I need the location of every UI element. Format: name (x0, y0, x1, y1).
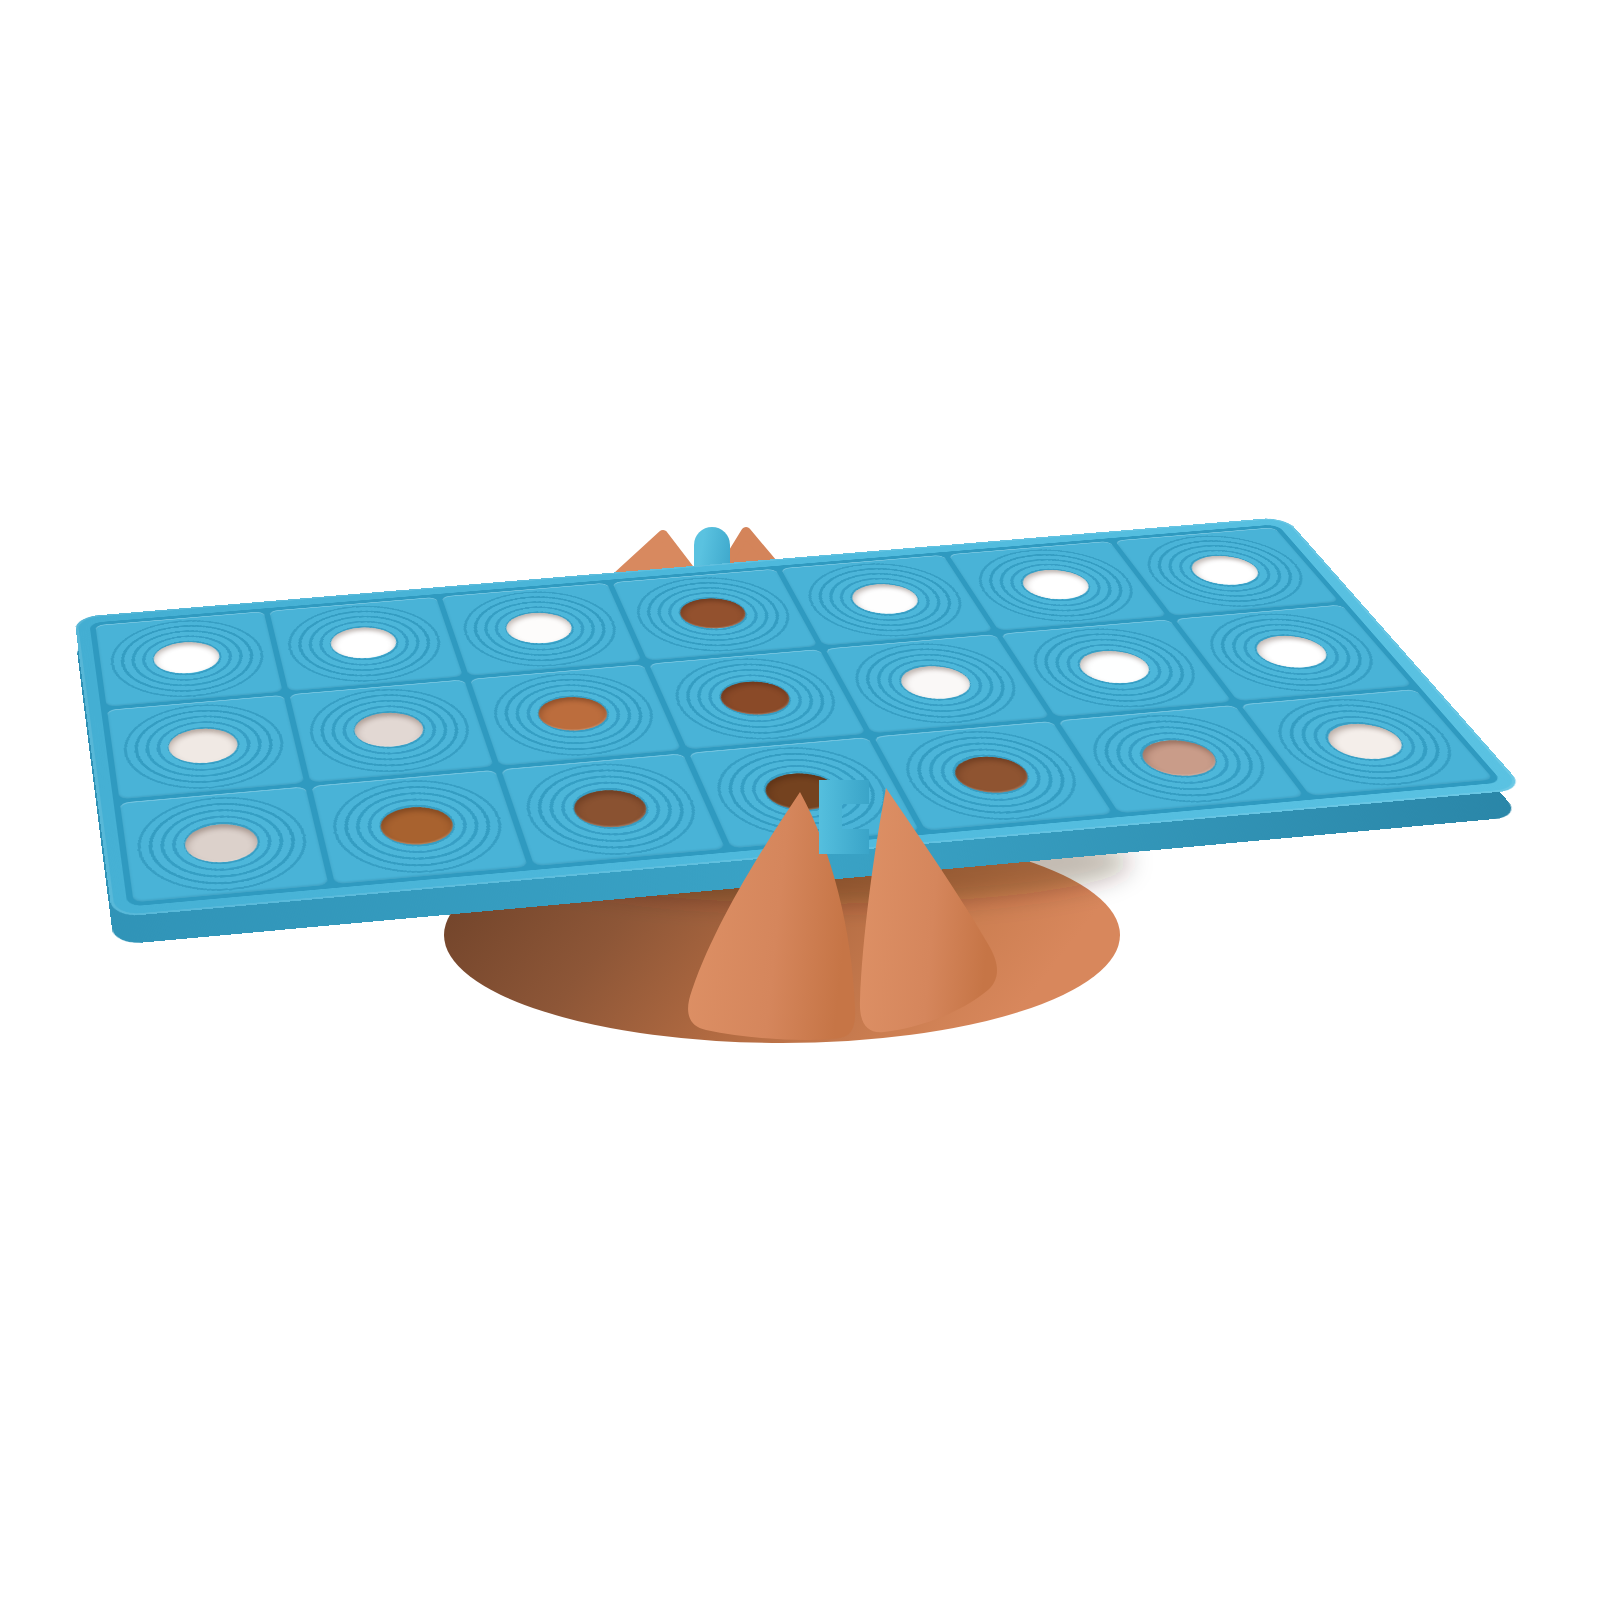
board-cell-r3c1 (120, 787, 328, 903)
cell-hole (714, 679, 797, 717)
cell-hole (1246, 633, 1336, 670)
cell-hole (1014, 568, 1097, 602)
cell-hole (674, 596, 752, 631)
cell-hole (182, 821, 261, 865)
board-cell-r2c3 (470, 664, 681, 766)
cell-hole (501, 611, 577, 646)
cell-hole (1182, 554, 1267, 588)
board-cell-r1c3 (441, 583, 641, 676)
cell-hole (166, 726, 241, 766)
balance-board-assembly (19, 360, 1492, 1035)
board-cell-r3c3 (501, 753, 725, 866)
board-grid (89, 524, 1503, 906)
scene (0, 0, 1600, 1600)
cell-hole (152, 640, 223, 676)
cell-hole (351, 710, 429, 749)
board-cell-r3c2 (311, 770, 527, 884)
cell-hole (758, 770, 846, 812)
board-cell-r2c2 (289, 679, 493, 782)
cell-hole (568, 787, 653, 830)
cell-hole (1317, 721, 1413, 762)
cell-hole (327, 625, 401, 661)
cell-hole (893, 664, 978, 702)
cell-hole (533, 695, 613, 734)
board-cell-r1c1 (95, 611, 282, 706)
board-cell-r2c1 (107, 695, 304, 800)
cell-hole (845, 582, 926, 616)
board-cell-r1c2 (269, 597, 463, 691)
cell-hole (376, 804, 458, 847)
cell-hole (1070, 648, 1158, 685)
cell-hole (946, 754, 1037, 796)
board-cell-r1c4 (612, 569, 818, 661)
cell-hole (1132, 737, 1226, 778)
